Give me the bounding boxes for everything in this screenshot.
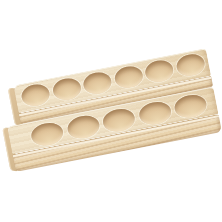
pit-back-1[interactable] [20,82,51,108]
mancala-board [0,44,222,177]
pit-back-3[interactable] [82,70,113,96]
photo-background [0,0,222,222]
pit-back-4[interactable] [113,64,144,90]
pit-back-6[interactable] [175,52,206,78]
pit-back-5[interactable] [143,58,174,84]
pit-back-2[interactable] [51,76,82,102]
